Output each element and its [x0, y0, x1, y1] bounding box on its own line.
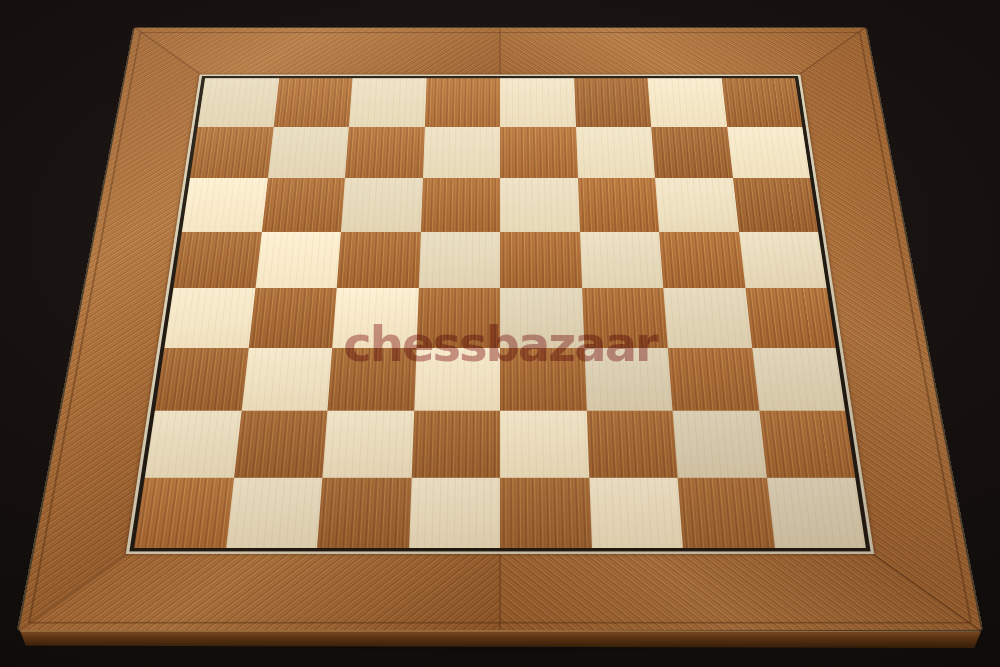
square-a5[interactable] — [173, 231, 261, 288]
square-f1[interactable] — [589, 477, 683, 548]
square-e3[interactable] — [500, 348, 586, 411]
square-f5[interactable] — [580, 231, 664, 288]
square-g1[interactable] — [678, 477, 775, 548]
square-b2[interactable] — [234, 411, 328, 478]
square-h3[interactable] — [752, 348, 845, 411]
square-d2[interactable] — [411, 411, 500, 478]
square-b5[interactable] — [255, 231, 341, 288]
square-a8[interactable] — [198, 78, 279, 127]
square-a2[interactable] — [145, 411, 241, 478]
square-h5[interactable] — [739, 231, 827, 288]
square-g7[interactable] — [651, 127, 732, 178]
square-c5[interactable] — [337, 231, 421, 288]
playing-area — [134, 78, 866, 548]
square-h6[interactable] — [732, 178, 818, 232]
square-a3[interactable] — [155, 348, 248, 411]
square-a4[interactable] — [164, 288, 255, 348]
square-e8[interactable] — [500, 78, 576, 127]
square-b3[interactable] — [241, 348, 332, 411]
square-e4[interactable] — [500, 288, 584, 348]
frame-center-seam-bottom — [499, 546, 501, 629]
square-f8[interactable] — [574, 78, 651, 127]
square-d5[interactable] — [418, 231, 500, 288]
square-g8[interactable] — [647, 78, 726, 127]
square-d7[interactable] — [423, 127, 500, 178]
square-a1[interactable] — [134, 477, 233, 548]
square-b1[interactable] — [226, 477, 323, 548]
playing-area-border-black — [129, 76, 870, 551]
square-f7[interactable] — [576, 127, 655, 178]
square-c6[interactable] — [341, 178, 423, 232]
square-f2[interactable] — [586, 411, 677, 478]
frame-center-seam-top — [499, 28, 501, 79]
square-b4[interactable] — [248, 288, 336, 348]
square-f6[interactable] — [577, 178, 659, 232]
square-g5[interactable] — [659, 231, 745, 288]
square-e6[interactable] — [500, 178, 580, 232]
square-c8[interactable] — [349, 78, 426, 127]
square-b6[interactable] — [261, 178, 345, 232]
photo-background: chessbazaar — [0, 0, 1000, 667]
square-c3[interactable] — [327, 348, 416, 411]
square-f4[interactable] — [582, 288, 668, 348]
square-b7[interactable] — [268, 127, 349, 178]
square-g6[interactable] — [655, 178, 739, 232]
square-b8[interactable] — [273, 78, 352, 127]
square-f3[interactable] — [584, 348, 673, 411]
square-c4[interactable] — [332, 288, 418, 348]
square-g2[interactable] — [673, 411, 767, 478]
square-c2[interactable] — [322, 411, 413, 478]
square-e2[interactable] — [500, 411, 589, 478]
square-e5[interactable] — [500, 231, 582, 288]
square-h2[interactable] — [759, 411, 855, 478]
square-d8[interactable] — [424, 78, 500, 127]
square-g3[interactable] — [668, 348, 759, 411]
chess-board — [19, 28, 981, 630]
square-g4[interactable] — [663, 288, 751, 348]
square-d6[interactable] — [420, 178, 500, 232]
square-d4[interactable] — [416, 288, 500, 348]
square-c7[interactable] — [345, 127, 424, 178]
square-d1[interactable] — [409, 477, 500, 548]
square-e7[interactable] — [500, 127, 577, 178]
square-h8[interactable] — [721, 78, 802, 127]
square-c1[interactable] — [317, 477, 411, 548]
square-e1[interactable] — [500, 477, 591, 548]
square-h1[interactable] — [766, 477, 865, 548]
square-a7[interactable] — [190, 127, 273, 178]
playing-area-border-light — [126, 75, 874, 554]
square-a6[interactable] — [182, 178, 268, 232]
square-h7[interactable] — [727, 127, 810, 178]
square-h4[interactable] — [745, 288, 836, 348]
square-d3[interactable] — [414, 348, 500, 411]
